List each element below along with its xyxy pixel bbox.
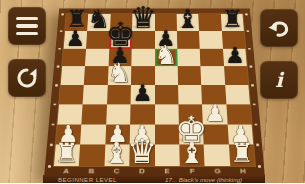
circular-restart-arrow-icon <box>15 66 39 90</box>
border-stud-dot <box>60 30 62 32</box>
border-stud-dot <box>61 13 63 15</box>
border-stud-dot <box>251 84 254 86</box>
difficulty-level-label: BEGINNER LEVEL <box>58 176 117 183</box>
move-status-label: 17... Black's move (thinking) <box>165 176 242 183</box>
square-b5[interactable] <box>84 66 108 85</box>
square-b4[interactable] <box>83 85 108 104</box>
white-rook-h1[interactable]: ♜ <box>230 140 254 167</box>
border-stud-dot <box>248 48 250 50</box>
square-g1[interactable] <box>204 145 230 166</box>
square-h5[interactable] <box>224 66 249 85</box>
white-rook-a1[interactable]: ♜ <box>55 140 79 167</box>
border-stud-dot <box>255 123 258 125</box>
white-pawn-g3[interactable]: ♟ <box>205 102 226 125</box>
border-stud-dot <box>256 144 259 146</box>
info-icon: i <box>275 68 283 92</box>
border-stud-dot <box>52 123 55 125</box>
square-g8[interactable] <box>198 14 221 31</box>
square-h4[interactable] <box>225 85 250 104</box>
square-f4[interactable] <box>178 85 202 104</box>
border-stud-dot <box>57 66 60 68</box>
border-stud-dot <box>253 103 256 105</box>
border-stud-dot <box>247 30 249 32</box>
undo-arrow-icon <box>266 15 292 41</box>
square-g7[interactable] <box>199 31 222 48</box>
border-stud-dot <box>245 13 247 15</box>
black-pawn-h6[interactable]: ♟ <box>225 45 245 67</box>
square-f5[interactable] <box>178 66 202 85</box>
border-stud-dot <box>48 165 51 167</box>
menu-button[interactable] <box>8 7 46 45</box>
info-button[interactable]: i <box>260 61 298 99</box>
border-stud-dot <box>58 48 60 50</box>
restart-button[interactable] <box>8 59 46 97</box>
border-stud-dot <box>250 66 253 68</box>
square-a5[interactable] <box>61 66 86 85</box>
square-c4[interactable] <box>107 85 131 104</box>
border-stud-dot <box>54 103 57 105</box>
black-rook-h8[interactable]: ♜ <box>222 8 243 32</box>
black-bishop-f8[interactable]: ♝ <box>176 7 199 32</box>
white-queen-d1[interactable]: ♛ <box>127 135 157 169</box>
hamburger-menu-icon <box>16 17 38 35</box>
undo-button[interactable] <box>260 9 298 47</box>
square-b2[interactable] <box>80 124 106 145</box>
square-f6[interactable] <box>177 48 200 66</box>
square-g6[interactable] <box>200 48 224 66</box>
white-knight-e6[interactable]: ♞ <box>154 42 178 68</box>
border-stud-dot <box>55 84 58 86</box>
square-b1[interactable] <box>79 145 105 166</box>
black-pawn-a7[interactable]: ♟ <box>66 28 85 49</box>
square-a4[interactable] <box>59 85 84 104</box>
white-bishop-c1[interactable]: ♝ <box>104 139 130 168</box>
border-stud-dot <box>258 165 261 167</box>
square-a6[interactable] <box>62 48 86 66</box>
square-g5[interactable] <box>201 66 225 85</box>
white-knight-c5[interactable]: ♞ <box>107 60 131 87</box>
board-front-face: BEGINNER LEVEL 17... Black's move (think… <box>43 175 265 184</box>
square-e4[interactable] <box>155 85 179 104</box>
square-b3[interactable] <box>82 104 107 124</box>
chess-app-screen: i ABCDEFGH ♜♞♛♝♜♟♚♟♟♞♟♞♟♟♟♟♟♚♟♜♝♛♝♜ BEGI… <box>0 0 305 183</box>
white-bishop-f1[interactable]: ♝ <box>179 139 205 168</box>
border-stud-dot <box>50 144 53 146</box>
black-pawn-d4[interactable]: ♟ <box>133 82 153 105</box>
